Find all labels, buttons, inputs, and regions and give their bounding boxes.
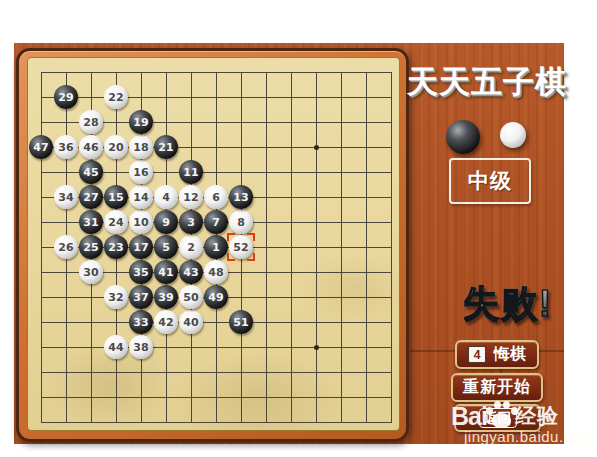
star-point [314, 145, 319, 150]
stone-24-white: 24 [104, 210, 128, 234]
back-button[interactable]: 返回 [454, 404, 541, 432]
stone-7-black: 7 [204, 210, 228, 234]
stone-41-black: 41 [154, 260, 178, 284]
stone-34-white: 34 [54, 185, 78, 209]
stone-32-white: 32 [104, 285, 128, 309]
stone-8-white: 8 [229, 210, 253, 234]
stone-46-white: 46 [79, 135, 103, 159]
stone-27-black: 27 [79, 185, 103, 209]
stone-18-white: 18 [129, 135, 153, 159]
grid: 1234567891011121314151617181920212223242… [41, 72, 392, 423]
stone-35-black: 35 [129, 260, 153, 284]
stone-12-white: 12 [179, 185, 203, 209]
stone-28-white: 28 [79, 110, 103, 134]
level-badge[interactable]: 中级 [449, 158, 531, 204]
stone-31-black: 31 [79, 210, 103, 234]
gomoku-board[interactable]: 1234567891011121314151617181920212223242… [27, 57, 400, 431]
stone-37-black: 37 [129, 285, 153, 309]
stone-20-white: 20 [104, 135, 128, 159]
stone-6-white: 6 [204, 185, 228, 209]
restart-button[interactable]: 重新开始 [451, 373, 543, 402]
stone-40-white: 40 [179, 310, 203, 334]
stone-9-black: 9 [154, 210, 178, 234]
stone-25-black: 25 [79, 235, 103, 259]
stone-17-black: 17 [129, 235, 153, 259]
undo-count: 4 [468, 346, 486, 363]
undo-label: 悔棋 [494, 344, 526, 365]
game-window: 1234567891011121314151617181920212223242… [0, 0, 597, 457]
stone-44-white: 44 [104, 335, 128, 359]
stone-14-white: 14 [129, 185, 153, 209]
stone-47-black: 47 [29, 135, 53, 159]
stone-5-black: 5 [154, 235, 178, 259]
stone-23-black: 23 [104, 235, 128, 259]
stone-49-black: 49 [204, 285, 228, 309]
stone-33-black: 33 [129, 310, 153, 334]
stone-4-white: 4 [154, 185, 178, 209]
stone-51-black: 51 [229, 310, 253, 334]
restart-label: 重新开始 [463, 377, 531, 398]
stone-39-black: 39 [154, 285, 178, 309]
undo-button[interactable]: 4 悔棋 [455, 340, 539, 369]
stone-48-white: 48 [204, 260, 228, 284]
stone-26-white: 26 [54, 235, 78, 259]
stone-11-black: 11 [179, 160, 203, 184]
stone-13-black: 13 [229, 185, 253, 209]
game-title: 天天五子棋 [403, 61, 571, 103]
stone-36-white: 36 [54, 135, 78, 159]
stone-3-black: 3 [179, 210, 203, 234]
black-player-stone-indicator [446, 120, 480, 154]
stone-50-white: 50 [179, 285, 203, 309]
star-point [314, 345, 319, 350]
stone-42-white: 42 [154, 310, 178, 334]
stone-19-black: 19 [129, 110, 153, 134]
last-move-marker [227, 233, 255, 261]
stone-21-black: 21 [154, 135, 178, 159]
stone-43-black: 43 [179, 260, 203, 284]
stone-2-white: 2 [179, 235, 203, 259]
white-player-stone-indicator [500, 122, 526, 148]
result-text: 失败! [448, 280, 568, 329]
stone-10-white: 10 [129, 210, 153, 234]
stone-38-white: 38 [129, 335, 153, 359]
stone-16-white: 16 [129, 160, 153, 184]
stone-29-black: 29 [54, 85, 78, 109]
back-label: 返回 [479, 408, 517, 428]
stone-45-black: 45 [79, 160, 103, 184]
stone-15-black: 15 [104, 185, 128, 209]
level-label: 中级 [468, 167, 512, 195]
stone-1-black: 1 [204, 235, 228, 259]
stone-30-white: 30 [79, 260, 103, 284]
stone-22-white: 22 [104, 85, 128, 109]
